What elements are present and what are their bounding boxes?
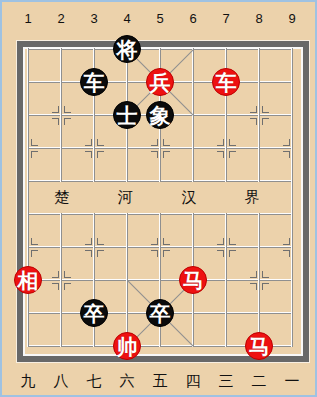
piece-black-advisor[interactable]: 士 xyxy=(113,101,141,129)
grid-file-line xyxy=(258,213,260,347)
grid-file-line xyxy=(258,48,260,182)
point-marker xyxy=(229,238,236,245)
file-label-top: 5 xyxy=(156,11,163,26)
river-char: 楚 xyxy=(55,188,70,207)
point-marker xyxy=(262,106,269,113)
file-label-top: 3 xyxy=(90,11,97,26)
point-marker xyxy=(283,139,290,146)
file-label-top: 7 xyxy=(222,11,229,26)
point-marker xyxy=(262,283,269,290)
point-marker xyxy=(217,238,224,245)
piece-red-general[interactable]: 帅 xyxy=(113,332,141,360)
piece-black-chariot[interactable]: 车 xyxy=(80,68,108,96)
grid-file-line xyxy=(60,48,62,182)
point-marker xyxy=(85,151,92,158)
point-marker xyxy=(52,283,59,290)
file-label-top: 2 xyxy=(57,11,64,26)
file-label-bottom: 七 xyxy=(87,372,102,391)
piece-red-horse[interactable]: 马 xyxy=(179,266,207,294)
point-marker xyxy=(151,250,158,257)
file-label-top: 8 xyxy=(255,11,262,26)
point-marker xyxy=(250,283,257,290)
point-marker xyxy=(262,118,269,125)
piece-red-soldier[interactable]: 兵 xyxy=(146,68,174,96)
file-label-bottom: 三 xyxy=(219,372,234,391)
xiangqi-app-panel: 楚河汉界123456789九八七六五四三二一将车兵车士象相马卒卒帅马 xyxy=(0,0,317,397)
piece-black-elephant[interactable]: 象 xyxy=(146,101,174,129)
point-marker xyxy=(229,139,236,146)
piece-red-chariot[interactable]: 车 xyxy=(212,68,240,96)
point-marker xyxy=(85,139,92,146)
point-marker xyxy=(85,250,92,257)
point-marker xyxy=(151,139,158,146)
file-label-bottom: 九 xyxy=(21,372,36,391)
file-label-bottom: 五 xyxy=(153,372,168,391)
point-marker xyxy=(52,106,59,113)
point-marker xyxy=(64,106,71,113)
file-label-top: 4 xyxy=(123,11,130,26)
point-marker xyxy=(229,151,236,158)
point-marker xyxy=(262,271,269,278)
file-label-bottom: 二 xyxy=(252,372,267,391)
file-label-top: 1 xyxy=(24,11,31,26)
point-marker xyxy=(97,238,104,245)
file-label-bottom: 八 xyxy=(54,372,69,391)
point-marker xyxy=(163,250,170,257)
river-char: 河 xyxy=(118,188,133,207)
point-marker xyxy=(283,238,290,245)
point-marker xyxy=(151,238,158,245)
river-char: 界 xyxy=(245,188,260,207)
file-label-bottom: 六 xyxy=(120,372,135,391)
file-label-bottom: 一 xyxy=(285,372,300,391)
point-marker xyxy=(97,139,104,146)
piece-black-soldier[interactable]: 卒 xyxy=(80,299,108,327)
point-marker xyxy=(163,139,170,146)
point-marker xyxy=(64,118,71,125)
file-label-bottom: 四 xyxy=(186,372,201,391)
point-marker xyxy=(283,250,290,257)
point-marker xyxy=(163,151,170,158)
point-marker xyxy=(217,139,224,146)
piece-red-horse[interactable]: 马 xyxy=(245,332,273,360)
grid-file-line xyxy=(60,213,62,347)
point-marker xyxy=(217,250,224,257)
point-marker xyxy=(151,151,158,158)
point-marker xyxy=(250,271,257,278)
point-marker xyxy=(283,151,290,158)
river-char: 汉 xyxy=(182,188,197,207)
point-marker xyxy=(64,283,71,290)
grid-file-line xyxy=(291,48,293,347)
point-marker xyxy=(97,250,104,257)
point-marker xyxy=(217,151,224,158)
piece-black-soldier[interactable]: 卒 xyxy=(146,299,174,327)
point-marker xyxy=(64,271,71,278)
point-marker xyxy=(52,271,59,278)
point-marker xyxy=(250,106,257,113)
file-label-top: 9 xyxy=(288,11,295,26)
piece-red-elephant[interactable]: 相 xyxy=(14,266,42,294)
point-marker xyxy=(31,238,38,245)
grid-file-line xyxy=(27,48,29,347)
point-marker xyxy=(31,250,38,257)
point-marker xyxy=(163,238,170,245)
point-marker xyxy=(97,151,104,158)
point-marker xyxy=(229,250,236,257)
file-label-top: 6 xyxy=(189,11,196,26)
point-marker xyxy=(31,151,38,158)
grid-file-line xyxy=(225,213,227,347)
piece-black-general[interactable]: 将 xyxy=(113,35,141,63)
point-marker xyxy=(250,118,257,125)
point-marker xyxy=(85,238,92,245)
point-marker xyxy=(31,139,38,146)
point-marker xyxy=(52,118,59,125)
